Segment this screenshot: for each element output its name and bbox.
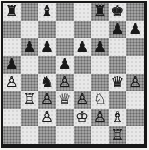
piece-black-pawn: ♟ xyxy=(128,21,141,36)
square-g2: ♗ xyxy=(109,109,127,127)
square-h5 xyxy=(126,56,144,74)
piece-white-queen: ♕ xyxy=(58,92,71,107)
square-e6: ♟ xyxy=(74,38,92,56)
square-h4: ♙ xyxy=(126,74,144,92)
piece-black-pawn: ♟ xyxy=(5,57,18,72)
square-b3: ♖ xyxy=(21,91,39,109)
square-g3 xyxy=(109,91,127,109)
square-g1: ♖ xyxy=(109,126,127,144)
piece-black-pawn: ♟ xyxy=(111,21,124,36)
piece-white-rook: ♖ xyxy=(111,127,124,142)
piece-white-pawn: ♙ xyxy=(93,110,106,125)
piece-white-pawn: ♙ xyxy=(76,92,89,107)
square-f4 xyxy=(91,74,109,92)
square-d6 xyxy=(56,38,74,56)
square-c1 xyxy=(38,126,56,144)
square-d4: ♙ xyxy=(56,74,74,92)
piece-black-rook: ♜ xyxy=(5,4,18,19)
square-c6: ♟ xyxy=(38,38,56,56)
square-f8: ♜ xyxy=(91,3,109,21)
piece-black-pawn: ♟ xyxy=(58,57,71,72)
square-h3 xyxy=(126,91,144,109)
square-f3: ♘ xyxy=(91,91,109,109)
square-c2: ♙ xyxy=(38,109,56,127)
piece-white-pawn: ♙ xyxy=(40,92,53,107)
square-b6: ♟ xyxy=(21,38,39,56)
square-f1 xyxy=(91,126,109,144)
piece-black-queen: ♛ xyxy=(111,74,124,89)
piece-black-pawn: ♟ xyxy=(40,39,53,54)
square-b4 xyxy=(21,74,39,92)
square-h6 xyxy=(126,38,144,56)
square-b5 xyxy=(21,56,39,74)
square-f6: ♟ xyxy=(91,38,109,56)
square-e1 xyxy=(74,126,92,144)
square-c8: ♝ xyxy=(38,3,56,21)
square-a1 xyxy=(3,126,21,144)
piece-black-pawn: ♟ xyxy=(76,39,89,54)
square-d3: ♕ xyxy=(56,91,74,109)
square-a2 xyxy=(3,109,21,127)
square-a4: ♙ xyxy=(3,74,21,92)
square-b1 xyxy=(21,126,39,144)
square-d1 xyxy=(56,126,74,144)
square-c3: ♙ xyxy=(38,91,56,109)
piece-black-king: ♚ xyxy=(111,4,124,19)
piece-white-pawn: ♙ xyxy=(58,74,71,89)
piece-black-pawn: ♟ xyxy=(23,39,36,54)
chess-diagram: ♜♝♜♚♟♟♟♟♟♟♟♟♙♞♙♛♙♖♙♕♙♘♙♔♙♗♖ xyxy=(0,0,149,150)
square-a8: ♜ xyxy=(3,3,21,21)
square-e5 xyxy=(74,56,92,74)
square-g5 xyxy=(109,56,127,74)
square-c4: ♞ xyxy=(38,74,56,92)
piece-white-bishop: ♗ xyxy=(111,110,124,125)
square-g4: ♛ xyxy=(109,74,127,92)
square-a6 xyxy=(3,38,21,56)
square-d2 xyxy=(56,109,74,127)
square-c7 xyxy=(38,21,56,39)
square-f7 xyxy=(91,21,109,39)
square-a7 xyxy=(3,21,21,39)
piece-black-bishop: ♝ xyxy=(40,4,53,19)
square-d8 xyxy=(56,3,74,21)
square-f2: ♙ xyxy=(91,109,109,127)
square-b2 xyxy=(21,109,39,127)
square-g6 xyxy=(109,38,127,56)
square-e3: ♙ xyxy=(74,91,92,109)
piece-black-pawn: ♟ xyxy=(93,39,106,54)
piece-black-knight: ♞ xyxy=(40,74,53,89)
square-a3 xyxy=(3,91,21,109)
square-c5 xyxy=(38,56,56,74)
square-e7 xyxy=(74,21,92,39)
piece-white-rook: ♖ xyxy=(23,92,36,107)
piece-white-knight: ♘ xyxy=(93,92,106,107)
square-a5: ♟ xyxy=(3,56,21,74)
piece-white-pawn: ♙ xyxy=(40,110,53,125)
square-d7 xyxy=(56,21,74,39)
square-g7: ♟ xyxy=(109,21,127,39)
square-f5 xyxy=(91,56,109,74)
square-h2 xyxy=(126,109,144,127)
piece-white-pawn: ♙ xyxy=(5,74,18,89)
square-b8 xyxy=(21,3,39,21)
piece-black-rook: ♜ xyxy=(93,4,106,19)
chess-board: ♜♝♜♚♟♟♟♟♟♟♟♟♙♞♙♛♙♖♙♕♙♘♙♔♙♗♖ xyxy=(1,1,147,148)
square-e8 xyxy=(74,3,92,21)
square-d5: ♟ xyxy=(56,56,74,74)
square-e2: ♔ xyxy=(74,109,92,127)
square-e4 xyxy=(74,74,92,92)
square-h8 xyxy=(126,3,144,21)
square-g8: ♚ xyxy=(109,3,127,21)
square-b7 xyxy=(21,21,39,39)
piece-white-king: ♔ xyxy=(76,110,89,125)
piece-white-pawn: ♙ xyxy=(128,74,141,89)
square-h1 xyxy=(126,126,144,144)
square-h7: ♟ xyxy=(126,21,144,39)
